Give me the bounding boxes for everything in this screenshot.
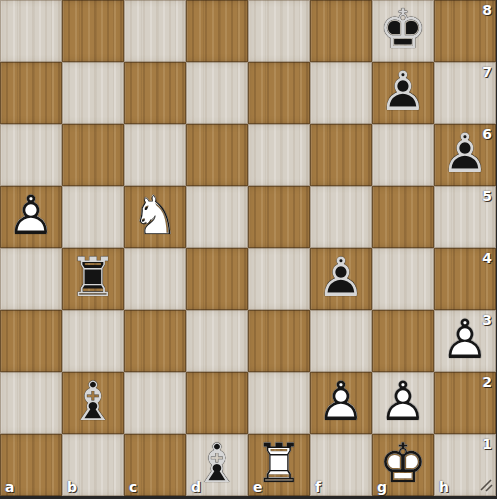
square-g2[interactable]: ♟♙	[372, 372, 434, 434]
piece-white-rook-e1[interactable]: ♜♖	[248, 434, 310, 496]
square-g4[interactable]	[372, 248, 434, 310]
square-b7[interactable]	[62, 62, 124, 124]
rank-label-2: 2	[482, 374, 492, 390]
square-f2[interactable]: ♟♙	[310, 372, 372, 434]
square-c5[interactable]: ♞♘	[124, 186, 186, 248]
piece-black-pawn-h6[interactable]: ♟♙	[434, 124, 496, 186]
square-f6[interactable]	[310, 124, 372, 186]
square-g6[interactable]	[372, 124, 434, 186]
square-f4[interactable]: ♟♙	[310, 248, 372, 310]
square-c2[interactable]	[124, 372, 186, 434]
square-b8[interactable]	[62, 0, 124, 62]
square-h3[interactable]: 3♟♙	[434, 310, 496, 372]
square-c3[interactable]	[124, 310, 186, 372]
square-g8[interactable]: ♚♔	[372, 0, 434, 62]
square-a4[interactable]	[0, 248, 62, 310]
square-c7[interactable]	[124, 62, 186, 124]
square-e2[interactable]	[248, 372, 310, 434]
file-label-a: a	[5, 479, 14, 495]
square-g7[interactable]: ♟♙	[372, 62, 434, 124]
square-e5[interactable]	[248, 186, 310, 248]
square-d8[interactable]	[186, 0, 248, 62]
square-g5[interactable]	[372, 186, 434, 248]
square-h7[interactable]: 7	[434, 62, 496, 124]
square-e6[interactable]	[248, 124, 310, 186]
square-f8[interactable]	[310, 0, 372, 62]
rank-label-4: 4	[482, 250, 492, 266]
square-d3[interactable]	[186, 310, 248, 372]
chess-board: ♚♔8♟♙76♟♙♟♙♞♘5♜♖♟♙43♟♙♝♗♟♙♟♙2abcd♝♗e♜♖fg…	[0, 0, 497, 499]
square-b3[interactable]	[62, 310, 124, 372]
rank-label-8: 8	[482, 2, 492, 18]
piece-black-pawn-g7[interactable]: ♟♙	[372, 62, 434, 124]
square-a3[interactable]	[0, 310, 62, 372]
file-label-b: b	[67, 479, 77, 495]
square-g1[interactable]: g♚♔	[372, 434, 434, 496]
square-a5[interactable]: ♟♙	[0, 186, 62, 248]
file-label-f: f	[315, 479, 321, 495]
square-a1[interactable]: a	[0, 434, 62, 496]
square-h2[interactable]: 2	[434, 372, 496, 434]
square-h8[interactable]: 8	[434, 0, 496, 62]
square-h6[interactable]: 6♟♙	[434, 124, 496, 186]
square-e4[interactable]	[248, 248, 310, 310]
file-label-h: h	[439, 479, 449, 495]
rank-label-5: 5	[482, 188, 492, 204]
square-e1[interactable]: e♜♖	[248, 434, 310, 496]
square-f3[interactable]	[310, 310, 372, 372]
piece-black-king-g8[interactable]: ♚♔	[372, 0, 434, 62]
square-a8[interactable]	[0, 0, 62, 62]
square-e7[interactable]	[248, 62, 310, 124]
square-a2[interactable]	[0, 372, 62, 434]
piece-white-pawn-h3[interactable]: ♟♙	[434, 310, 496, 372]
piece-white-knight-c5[interactable]: ♞♘	[124, 186, 186, 248]
square-c1[interactable]: c	[124, 434, 186, 496]
square-b6[interactable]	[62, 124, 124, 186]
square-d2[interactable]	[186, 372, 248, 434]
rank-label-7: 7	[482, 64, 492, 80]
square-f1[interactable]: f	[310, 434, 372, 496]
piece-white-pawn-f2[interactable]: ♟♙	[310, 372, 372, 434]
square-d4[interactable]	[186, 248, 248, 310]
board-resize-handle-icon[interactable]	[478, 477, 494, 493]
square-g3[interactable]	[372, 310, 434, 372]
square-e3[interactable]	[248, 310, 310, 372]
square-b4[interactable]: ♜♖	[62, 248, 124, 310]
square-c4[interactable]	[124, 248, 186, 310]
square-c8[interactable]	[124, 0, 186, 62]
piece-black-bishop-d1[interactable]: ♝♗	[186, 434, 248, 496]
square-b1[interactable]: b	[62, 434, 124, 496]
square-a6[interactable]	[0, 124, 62, 186]
square-b2[interactable]: ♝♗	[62, 372, 124, 434]
piece-white-pawn-g2[interactable]: ♟♙	[372, 372, 434, 434]
square-d7[interactable]	[186, 62, 248, 124]
square-d5[interactable]	[186, 186, 248, 248]
chess-board-widget: ♚♔8♟♙76♟♙♟♙♞♘5♜♖♟♙43♟♙♝♗♟♙♟♙2abcd♝♗e♜♖fg…	[0, 0, 497, 499]
square-e8[interactable]	[248, 0, 310, 62]
square-b5[interactable]	[62, 186, 124, 248]
file-label-c: c	[129, 479, 137, 495]
piece-black-pawn-f4[interactable]: ♟♙	[310, 248, 372, 310]
square-d1[interactable]: d♝♗	[186, 434, 248, 496]
square-f7[interactable]	[310, 62, 372, 124]
square-h5[interactable]: 5	[434, 186, 496, 248]
piece-white-pawn-a5[interactable]: ♟♙	[0, 186, 62, 248]
piece-black-bishop-b2[interactable]: ♝♗	[62, 372, 124, 434]
board-grid: ♚♔8♟♙76♟♙♟♙♞♘5♜♖♟♙43♟♙♝♗♟♙♟♙2abcd♝♗e♜♖fg…	[0, 0, 496, 496]
square-a7[interactable]	[0, 62, 62, 124]
square-h4[interactable]: 4	[434, 248, 496, 310]
square-f5[interactable]	[310, 186, 372, 248]
piece-white-king-g1[interactable]: ♚♔	[372, 434, 434, 496]
piece-black-rook-b4[interactable]: ♜♖	[62, 248, 124, 310]
square-c6[interactable]	[124, 124, 186, 186]
rank-label-1: 1	[482, 436, 492, 452]
square-d6[interactable]	[186, 124, 248, 186]
